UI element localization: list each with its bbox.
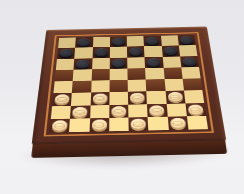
square-r1c6[interactable]: ⛂ xyxy=(161,46,179,57)
square-r7c6[interactable]: ⛀ xyxy=(167,116,188,130)
light-piece[interactable]: ⛀ xyxy=(73,107,88,117)
board-grid: ⛂⛂⛂⛂⛂⛂⛂⛂⛂⛂⛂⛂⛀⛀⛀⛀⛀⛀⛀⛀⛀⛀⛀⛀ xyxy=(49,35,208,133)
square-r5c3 xyxy=(109,92,128,105)
square-r7c4[interactable]: ⛀ xyxy=(128,117,148,131)
light-piece[interactable]: ⛀ xyxy=(54,94,69,104)
square-r3c1 xyxy=(73,69,92,81)
square-r0c7[interactable]: ⛂ xyxy=(177,35,195,46)
square-r0c5[interactable]: ⛂ xyxy=(144,36,162,47)
dark-piece[interactable]: ⛂ xyxy=(182,57,197,66)
square-r1c5 xyxy=(144,46,162,57)
board-accent-border: ⛂⛂⛂⛂⛂⛂⛂⛂⛂⛂⛂⛂⛀⛀⛀⛀⛀⛀⛀⛀⛀⛀⛀⛀ xyxy=(44,32,215,136)
square-r1c3 xyxy=(110,47,128,58)
square-r6c1[interactable]: ⛀ xyxy=(70,105,90,118)
photo-background: ⛂⛂⛂⛂⛂⛂⛂⛂⛂⛂⛂⛂⛀⛀⛀⛀⛀⛀⛀⛀⛀⛀⛀⛀ xyxy=(0,0,244,194)
square-r7c5 xyxy=(148,116,169,130)
light-piece[interactable]: ⛀ xyxy=(111,106,126,116)
square-r5c2[interactable]: ⛀ xyxy=(90,92,109,105)
square-r5c7 xyxy=(184,90,204,103)
square-r7c0[interactable]: ⛀ xyxy=(49,119,70,133)
light-piece[interactable]: ⛀ xyxy=(131,118,146,129)
light-piece[interactable]: ⛀ xyxy=(92,94,107,104)
square-r6c5[interactable]: ⛀ xyxy=(147,104,167,117)
checkers-board: ⛂⛂⛂⛂⛂⛂⛂⛂⛂⛂⛂⛂⛀⛀⛀⛀⛀⛀⛀⛀⛀⛀⛀⛀ xyxy=(32,27,227,145)
square-r3c2[interactable] xyxy=(91,69,109,81)
square-r5c0[interactable]: ⛀ xyxy=(52,93,72,106)
dark-piece[interactable]: ⛂ xyxy=(76,59,90,68)
square-r3c3 xyxy=(109,68,127,80)
square-r0c0 xyxy=(58,37,76,48)
square-r3c5 xyxy=(145,68,164,80)
square-r2c7[interactable]: ⛂ xyxy=(180,56,199,67)
square-r4c6 xyxy=(164,79,184,91)
square-r3c7 xyxy=(181,67,201,79)
square-r1c1 xyxy=(75,47,93,58)
square-r5c6[interactable]: ⛀ xyxy=(165,91,185,104)
dark-piece[interactable]: ⛂ xyxy=(112,59,126,68)
square-r1c7 xyxy=(179,45,198,56)
square-r3c4[interactable] xyxy=(127,68,145,80)
dark-piece[interactable]: ⛂ xyxy=(129,48,143,56)
square-r0c6 xyxy=(161,35,179,46)
square-r2c6 xyxy=(162,56,181,67)
square-r0c3[interactable]: ⛂ xyxy=(110,36,127,47)
dark-piece[interactable]: ⛂ xyxy=(163,47,177,55)
light-piece[interactable]: ⛀ xyxy=(188,104,204,114)
dark-piece[interactable]: ⛂ xyxy=(180,36,194,44)
square-r2c0 xyxy=(56,58,75,69)
square-r4c2 xyxy=(91,80,110,92)
dark-piece[interactable]: ⛂ xyxy=(146,37,160,45)
square-r4c0 xyxy=(53,81,72,93)
square-r4c7[interactable] xyxy=(182,78,202,90)
square-r7c3 xyxy=(109,117,129,131)
square-r6c2 xyxy=(90,105,110,118)
square-r1c0[interactable]: ⛂ xyxy=(57,48,75,59)
square-r2c4 xyxy=(127,57,145,68)
square-r4c3[interactable] xyxy=(109,80,128,92)
square-r6c7[interactable]: ⛀ xyxy=(185,103,206,116)
square-r6c3[interactable]: ⛀ xyxy=(109,104,128,117)
square-r7c1 xyxy=(69,118,89,132)
light-piece[interactable]: ⛀ xyxy=(149,105,164,115)
dark-piece[interactable]: ⛂ xyxy=(112,38,125,46)
square-r5c1 xyxy=(71,93,91,106)
dark-piece[interactable]: ⛂ xyxy=(59,49,73,57)
square-r5c5 xyxy=(147,91,167,104)
square-r2c5[interactable]: ⛂ xyxy=(145,57,163,68)
light-piece[interactable]: ⛀ xyxy=(91,119,106,130)
square-r0c4 xyxy=(127,36,144,47)
dark-piece[interactable]: ⛂ xyxy=(147,58,161,67)
light-piece[interactable]: ⛀ xyxy=(52,120,68,131)
square-r5c4[interactable]: ⛀ xyxy=(128,91,147,104)
light-piece[interactable]: ⛀ xyxy=(170,118,186,129)
checkers-scene: ⛂⛂⛂⛂⛂⛂⛂⛂⛂⛂⛂⛂⛀⛀⛀⛀⛀⛀⛀⛀⛀⛀⛀⛀ xyxy=(0,0,244,194)
square-r6c4 xyxy=(128,104,148,117)
light-piece[interactable]: ⛀ xyxy=(167,92,182,102)
square-r7c2[interactable]: ⛀ xyxy=(89,118,109,132)
square-r0c1[interactable]: ⛂ xyxy=(75,37,93,48)
square-r1c2[interactable]: ⛂ xyxy=(92,47,110,58)
square-r2c2 xyxy=(92,58,110,69)
square-r2c1[interactable]: ⛂ xyxy=(74,58,92,69)
dark-piece[interactable]: ⛂ xyxy=(77,38,91,46)
light-piece[interactable]: ⛀ xyxy=(130,93,145,103)
square-r3c6[interactable] xyxy=(163,67,182,79)
dark-piece[interactable]: ⛂ xyxy=(94,48,108,56)
square-r7c7 xyxy=(187,116,208,130)
square-r2c3[interactable]: ⛂ xyxy=(110,57,128,68)
square-r0c2 xyxy=(93,37,110,48)
square-r4c5[interactable] xyxy=(146,79,165,91)
square-r4c1[interactable] xyxy=(72,81,91,93)
square-r6c0 xyxy=(51,106,71,119)
square-r3c0[interactable] xyxy=(55,70,74,82)
square-r4c4 xyxy=(128,79,147,91)
square-r6c6 xyxy=(166,103,186,116)
square-r1c4[interactable]: ⛂ xyxy=(127,46,145,57)
